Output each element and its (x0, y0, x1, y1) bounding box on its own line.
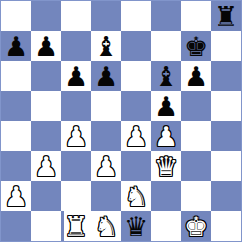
piece-white-knight: ♞ (91, 211, 121, 241)
square-a5[interactable] (1, 91, 31, 121)
piece-black-pawn: ♟ (61, 61, 91, 91)
square-g7[interactable]: ♚ (181, 31, 211, 61)
piece-black-bishop: ♝ (91, 31, 121, 61)
square-h7[interactable] (211, 31, 241, 61)
square-f2[interactable] (151, 181, 181, 211)
square-e4[interactable]: ♟ (121, 121, 151, 151)
piece-white-pawn: ♟ (61, 121, 91, 151)
square-g2[interactable] (181, 181, 211, 211)
square-a8[interactable] (1, 1, 31, 31)
piece-black-pawn: ♟ (151, 91, 181, 121)
square-e3[interactable] (121, 151, 151, 181)
square-c1[interactable]: ♜ (61, 211, 91, 241)
square-c7[interactable] (61, 31, 91, 61)
square-d7[interactable]: ♝ (91, 31, 121, 61)
piece-white-knight: ♞ (121, 181, 151, 211)
piece-white-rook: ♜ (61, 211, 91, 241)
square-a7[interactable]: ♟ (1, 31, 31, 61)
piece-white-queen: ♛ (151, 151, 181, 181)
square-g1[interactable]: ♚ (181, 211, 211, 241)
square-b2[interactable] (31, 181, 61, 211)
square-f8[interactable] (151, 1, 181, 31)
square-b3[interactable]: ♟ (31, 151, 61, 181)
square-b1[interactable] (31, 211, 61, 241)
square-a4[interactable] (1, 121, 31, 151)
square-d8[interactable] (91, 1, 121, 31)
piece-white-pawn: ♟ (91, 151, 121, 181)
square-c6[interactable]: ♟ (61, 61, 91, 91)
square-e1[interactable]: ♛ (121, 211, 151, 241)
square-b8[interactable] (31, 1, 61, 31)
piece-white-pawn: ♟ (151, 121, 181, 151)
square-c4[interactable]: ♟ (61, 121, 91, 151)
piece-white-pawn: ♟ (31, 151, 61, 181)
square-c2[interactable] (61, 181, 91, 211)
square-e8[interactable] (121, 1, 151, 31)
square-b7[interactable]: ♟ (31, 31, 61, 61)
chess-board: ♜♟♟♝♚♟♟♝♟♟♟♟♟♟♟♛♟♞♜♞♛♚ (0, 0, 242, 242)
square-d1[interactable]: ♞ (91, 211, 121, 241)
square-g5[interactable] (181, 91, 211, 121)
square-g3[interactable] (181, 151, 211, 181)
square-f6[interactable]: ♝ (151, 61, 181, 91)
square-g4[interactable] (181, 121, 211, 151)
square-c5[interactable] (61, 91, 91, 121)
square-g6[interactable]: ♟ (181, 61, 211, 91)
square-a2[interactable]: ♟ (1, 181, 31, 211)
square-h8[interactable]: ♜ (211, 1, 241, 31)
square-c8[interactable] (61, 1, 91, 31)
piece-white-pawn: ♟ (121, 121, 151, 151)
square-d2[interactable] (91, 181, 121, 211)
square-d4[interactable] (91, 121, 121, 151)
piece-black-pawn: ♟ (91, 61, 121, 91)
square-e2[interactable]: ♞ (121, 181, 151, 211)
square-h1[interactable] (211, 211, 241, 241)
piece-black-bishop: ♝ (151, 61, 181, 91)
piece-black-pawn: ♟ (1, 31, 31, 61)
piece-white-pawn: ♟ (1, 181, 31, 211)
square-f7[interactable] (151, 31, 181, 61)
square-e5[interactable] (121, 91, 151, 121)
piece-black-king: ♚ (181, 31, 211, 61)
piece-black-queen: ♛ (121, 211, 151, 241)
square-f4[interactable]: ♟ (151, 121, 181, 151)
square-h6[interactable] (211, 61, 241, 91)
square-c3[interactable] (61, 151, 91, 181)
square-d5[interactable] (91, 91, 121, 121)
piece-white-king: ♚ (181, 211, 211, 241)
square-f5[interactable]: ♟ (151, 91, 181, 121)
square-d3[interactable]: ♟ (91, 151, 121, 181)
square-d6[interactable]: ♟ (91, 61, 121, 91)
square-e6[interactable] (121, 61, 151, 91)
piece-black-pawn: ♟ (181, 61, 211, 91)
square-h3[interactable] (211, 151, 241, 181)
square-b4[interactable] (31, 121, 61, 151)
square-h5[interactable] (211, 91, 241, 121)
square-f1[interactable] (151, 211, 181, 241)
square-b6[interactable] (31, 61, 61, 91)
square-h2[interactable] (211, 181, 241, 211)
square-a6[interactable] (1, 61, 31, 91)
square-a1[interactable] (1, 211, 31, 241)
piece-black-rook: ♜ (211, 1, 241, 31)
square-f3[interactable]: ♛ (151, 151, 181, 181)
square-a3[interactable] (1, 151, 31, 181)
square-b5[interactable] (31, 91, 61, 121)
piece-black-pawn: ♟ (31, 31, 61, 61)
square-g8[interactable] (181, 1, 211, 31)
square-e7[interactable] (121, 31, 151, 61)
square-h4[interactable] (211, 121, 241, 151)
